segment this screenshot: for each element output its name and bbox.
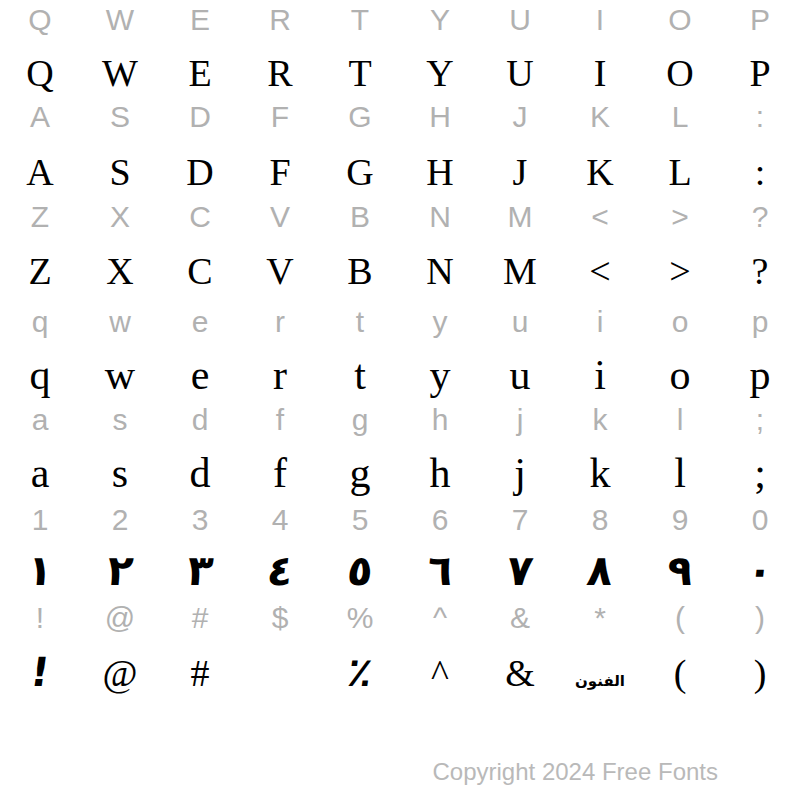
- glyph-cell: r: [240, 300, 320, 344]
- glyph-cell: t: [320, 347, 400, 403]
- glyph-cell: V: [240, 195, 320, 239]
- row-digits-arabic-glyphs: ١٢٣٤٥٦٧٨٩٠: [0, 543, 800, 599]
- glyph-cell: 8: [560, 498, 640, 542]
- glyph-cell: >: [640, 195, 720, 239]
- glyph-cell: S: [80, 95, 160, 139]
- glyph-cell: A: [0, 144, 80, 200]
- glyph-cell: W: [80, 45, 160, 101]
- glyph-cell: T: [320, 45, 400, 101]
- glyph-cell: 1: [0, 498, 80, 542]
- glyph-cell: :: [720, 95, 800, 139]
- glyph-cell: M: [480, 243, 560, 299]
- glyph-cell: L: [640, 95, 720, 139]
- glyph-cell: u: [480, 300, 560, 344]
- glyph-cell: Y: [400, 45, 480, 101]
- glyph-cell: t: [320, 300, 400, 344]
- glyph-cell: X: [80, 243, 160, 299]
- glyph-cell: 0: [720, 498, 800, 542]
- glyph-cell: B: [320, 195, 400, 239]
- glyph-cell: f: [240, 398, 320, 442]
- glyph-cell: H: [400, 144, 480, 200]
- glyph-cell: ٢: [77, 543, 163, 599]
- glyph-cell: s: [80, 445, 160, 501]
- glyph-cell: Z: [0, 195, 80, 239]
- glyph-cell: 2: [80, 498, 160, 542]
- row-uppercase-qwerty-glyphs: QWERTYUIOP: [0, 45, 800, 101]
- glyph-cell: X: [80, 195, 160, 239]
- glyph-cell: q: [0, 300, 80, 344]
- glyph-cell: p: [720, 300, 800, 344]
- glyph-cell: P: [720, 0, 800, 42]
- glyph-cell: ?: [720, 195, 800, 239]
- row-uppercase-asdf-reference: ASDFGHJKL:: [0, 95, 800, 139]
- glyph-cell: g: [320, 445, 400, 501]
- glyph-cell: ^: [400, 596, 480, 640]
- glyph-cell: #: [160, 645, 240, 701]
- glyph-cell: ٤: [237, 543, 323, 599]
- glyph-cell: <: [560, 195, 640, 239]
- glyph-cell: o: [640, 347, 720, 403]
- glyph-cell: E: [160, 45, 240, 101]
- glyph-cell: U: [480, 45, 560, 101]
- glyph-cell: a: [0, 445, 80, 501]
- glyph-cell: O: [640, 45, 720, 101]
- arabic-signature-glyph: الفنون: [560, 653, 640, 709]
- glyph-cell: y: [400, 300, 480, 344]
- glyph-cell: ١: [0, 543, 83, 599]
- glyph-cell: T: [320, 0, 400, 42]
- glyph-cell: q: [0, 347, 80, 403]
- glyph-cell: 9: [640, 498, 720, 542]
- glyph-cell: &: [480, 596, 560, 640]
- glyph-cell: 4: [240, 498, 320, 542]
- glyph-cell: ): [720, 596, 800, 640]
- glyph-cell: l: [640, 445, 720, 501]
- glyph-cell: a: [0, 398, 80, 442]
- glyph-cell: G: [320, 144, 400, 200]
- glyph-cell: N: [400, 195, 480, 239]
- glyph-cell: g: [320, 398, 400, 442]
- glyph-cell: ٥: [317, 543, 403, 599]
- glyph-cell: d: [160, 398, 240, 442]
- glyph-cell: U: [480, 0, 560, 42]
- glyph-cell: ٧: [477, 543, 563, 599]
- row-uppercase-qwerty-reference: QWERTYUIOP: [0, 0, 800, 42]
- glyph-cell: o: [640, 300, 720, 344]
- row-symbols-glyphs: !@#٪^&الفنون(): [0, 644, 800, 700]
- glyph-cell: I: [560, 0, 640, 42]
- glyph-cell: F: [240, 95, 320, 139]
- glyph-cell: u: [480, 347, 560, 403]
- glyph-cell: H: [400, 95, 480, 139]
- glyph-cell: d: [160, 445, 240, 501]
- glyph-cell: k: [560, 398, 640, 442]
- glyph-cell: j: [480, 398, 560, 442]
- glyph-cell: l: [640, 398, 720, 442]
- glyph-cell: w: [80, 347, 160, 403]
- glyph-cell: J: [480, 95, 560, 139]
- glyph-cell: !: [0, 596, 80, 640]
- glyph-cell: F: [240, 144, 320, 200]
- glyph-cell: N: [400, 243, 480, 299]
- glyph-cell: p: [720, 347, 800, 403]
- glyph-cell: Q: [0, 45, 80, 101]
- glyph-cell: e: [160, 347, 240, 403]
- glyph-cell: *: [560, 596, 640, 640]
- glyph-cell: (: [640, 645, 720, 701]
- glyph-cell: ٠: [717, 543, 800, 599]
- glyph-cell: k: [560, 445, 640, 501]
- glyph-cell: Q: [0, 0, 80, 42]
- glyph-cell: ?: [720, 243, 800, 299]
- glyph-cell: (: [640, 596, 720, 640]
- row-lowercase-asdf-reference: asdfghjkl;: [0, 398, 800, 442]
- glyph-cell: i: [560, 300, 640, 344]
- glyph-cell: r: [240, 347, 320, 403]
- glyph-cell: @: [80, 596, 160, 640]
- glyph-cell: ^: [400, 645, 480, 701]
- glyph-cell: A: [0, 95, 80, 139]
- glyph-cell: B: [320, 243, 400, 299]
- row-lowercase-qwerty-glyphs: qwertyuiop: [0, 347, 800, 403]
- row-uppercase-asdf-glyphs: ASDFGHJKL:: [0, 144, 800, 200]
- glyph-cell: I: [560, 45, 640, 101]
- glyph-cell: Y: [400, 0, 480, 42]
- glyph-cell: :: [720, 144, 800, 200]
- row-lowercase-qwerty-reference: qwertyuiop: [0, 300, 800, 344]
- glyph-cell: D: [160, 144, 240, 200]
- glyph-cell: &: [480, 645, 560, 701]
- glyph-cell: ;: [720, 398, 800, 442]
- glyph-cell: ٪: [316, 644, 404, 700]
- glyph-cell: h: [400, 445, 480, 501]
- glyph-cell: ): [720, 645, 800, 701]
- glyph-cell: G: [320, 95, 400, 139]
- glyph-cell: #: [160, 596, 240, 640]
- glyph-cell: ٦: [397, 543, 483, 599]
- glyph-cell: j: [480, 445, 560, 501]
- row-lowercase-asdf-glyphs: asdfghjkl;: [0, 445, 800, 501]
- glyph-cell: 7: [480, 498, 560, 542]
- glyph-cell: Z: [0, 243, 80, 299]
- glyph-cell: C: [160, 195, 240, 239]
- glyph-cell: i: [560, 347, 640, 403]
- glyph-cell: %: [320, 596, 400, 640]
- glyph-cell: R: [240, 0, 320, 42]
- glyph-cell: 5: [320, 498, 400, 542]
- glyph-cell: P: [720, 45, 800, 101]
- glyph-cell: >: [640, 243, 720, 299]
- glyph-cell: ٣: [157, 543, 243, 599]
- row-symbols-reference: !@#$%^&*(): [0, 596, 800, 640]
- glyph-cell: $: [240, 596, 320, 640]
- glyph-cell: !: [0, 644, 84, 700]
- glyph-cell: K: [560, 144, 640, 200]
- glyph-cell: V: [240, 243, 320, 299]
- glyph-cell: ٩: [637, 543, 723, 599]
- character-grid: QWERTYUIOPQWERTYUIOPASDFGHJKL:ASDFGHJKL:…: [0, 0, 800, 800]
- glyph-cell: ;: [720, 445, 800, 501]
- glyph-cell: M: [480, 195, 560, 239]
- glyph-cell: ٨: [557, 543, 643, 599]
- glyph-cell: O: [640, 0, 720, 42]
- row-digits-reference: 1234567890: [0, 498, 800, 542]
- glyph-cell: <: [560, 243, 640, 299]
- glyph-cell: C: [160, 243, 240, 299]
- glyph-cell: L: [640, 144, 720, 200]
- glyph-cell: h: [400, 398, 480, 442]
- glyph-cell: @: [80, 645, 160, 701]
- glyph-cell: f: [240, 445, 320, 501]
- glyph-cell: w: [80, 300, 160, 344]
- glyph-cell: D: [160, 95, 240, 139]
- glyph-cell: 6: [400, 498, 480, 542]
- glyph-cell: e: [160, 300, 240, 344]
- glyph-cell: J: [480, 144, 560, 200]
- glyph-cell: s: [80, 398, 160, 442]
- glyph-cell: 3: [160, 498, 240, 542]
- glyph-cell: S: [80, 144, 160, 200]
- row-uppercase-zxcv-glyphs: ZXCVBNM<>?: [0, 243, 800, 299]
- glyph-cell: R: [240, 45, 320, 101]
- glyph-cell: E: [160, 0, 240, 42]
- glyph-cell: W: [80, 0, 160, 42]
- row-uppercase-zxcv-reference: ZXCVBNM<>?: [0, 195, 800, 239]
- glyph-cell: y: [400, 347, 480, 403]
- copyright-text: Copyright 2024 Free Fonts: [433, 756, 718, 788]
- glyph-cell: K: [560, 95, 640, 139]
